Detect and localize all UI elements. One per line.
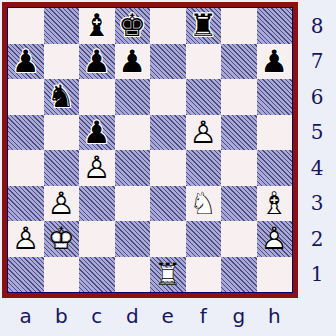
rank-label-1: 1: [301, 257, 333, 293]
file-label-d: d: [115, 301, 151, 331]
square-d7[interactable]: ♟: [115, 44, 151, 80]
black-king-piece: ♚: [115, 8, 151, 44]
square-a4[interactable]: [8, 150, 44, 186]
square-h2[interactable]: ♟♙: [257, 221, 293, 257]
rank-labels: 87654321: [301, 8, 333, 292]
square-g7[interactable]: [221, 44, 257, 80]
black-rook-piece: ♜: [186, 8, 222, 44]
square-g6[interactable]: [221, 79, 257, 115]
square-f7[interactable]: [186, 44, 222, 80]
square-f4[interactable]: [186, 150, 222, 186]
square-g5[interactable]: [221, 115, 257, 151]
square-a8[interactable]: [8, 8, 44, 44]
square-b3[interactable]: ♟♙: [44, 186, 80, 222]
file-label-g: g: [221, 301, 257, 331]
square-c2[interactable]: [79, 221, 115, 257]
square-b1[interactable]: [44, 257, 80, 293]
square-a2[interactable]: ♟♙: [8, 221, 44, 257]
square-e6[interactable]: [150, 79, 186, 115]
square-g1[interactable]: [221, 257, 257, 293]
piece-outline-glyph: ♙: [8, 221, 44, 257]
file-label-f: f: [186, 301, 222, 331]
white-pawn-piece: ♟♙: [186, 115, 222, 151]
rank-label-2: 2: [301, 221, 333, 257]
square-h3[interactable]: ♝♗: [257, 186, 293, 222]
piece-outline-glyph: ♙: [257, 221, 293, 257]
square-b6[interactable]: ♞: [44, 79, 80, 115]
square-h6[interactable]: [257, 79, 293, 115]
piece-outline-glyph: ♙: [79, 150, 115, 186]
rank-label-7: 7: [301, 44, 333, 80]
square-g2[interactable]: [221, 221, 257, 257]
chess-diagram: ♝♚♜♟♟♟♟♞♟♟♙♟♙♟♙♞♘♝♗♟♙♚♔♟♙♜♖ abcdefgh 876…: [0, 0, 336, 336]
white-rook-piece: ♜♖: [150, 257, 186, 293]
piece-glyph: ♚: [115, 8, 151, 44]
piece-glyph: ♟: [8, 44, 44, 80]
piece-outline-glyph: ♗: [257, 186, 293, 222]
square-f8[interactable]: ♜: [186, 8, 222, 44]
square-d6[interactable]: [115, 79, 151, 115]
rank-label-5: 5: [301, 115, 333, 151]
square-e1[interactable]: ♜♖: [150, 257, 186, 293]
rank-label-3: 3: [301, 186, 333, 222]
square-d3[interactable]: [115, 186, 151, 222]
board-inner-border: ♝♚♜♟♟♟♟♞♟♟♙♟♙♟♙♞♘♝♗♟♙♚♔♟♙♜♖: [7, 7, 293, 293]
square-c8[interactable]: ♝: [79, 8, 115, 44]
square-h1[interactable]: [257, 257, 293, 293]
white-pawn-piece: ♟♙: [44, 186, 80, 222]
square-h7[interactable]: ♟: [257, 44, 293, 80]
piece-outline-glyph: ♙: [44, 186, 80, 222]
square-e2[interactable]: [150, 221, 186, 257]
square-d8[interactable]: ♚: [115, 8, 151, 44]
piece-outline-glyph: ♙: [186, 115, 222, 151]
piece-glyph: ♟: [115, 44, 151, 80]
square-f2[interactable]: [186, 221, 222, 257]
piece-glyph: ♜: [186, 8, 222, 44]
piece-glyph: ♟: [79, 44, 115, 80]
square-a1[interactable]: [8, 257, 44, 293]
square-d1[interactable]: [115, 257, 151, 293]
square-g3[interactable]: [221, 186, 257, 222]
piece-outline-glyph: ♖: [150, 257, 186, 293]
square-a7[interactable]: ♟: [8, 44, 44, 80]
square-e3[interactable]: [150, 186, 186, 222]
square-e5[interactable]: [150, 115, 186, 151]
black-pawn-piece: ♟: [257, 44, 293, 80]
square-g8[interactable]: [221, 8, 257, 44]
square-e4[interactable]: [150, 150, 186, 186]
rank-label-6: 6: [301, 79, 333, 115]
rank-label-8: 8: [301, 8, 333, 44]
square-c3[interactable]: [79, 186, 115, 222]
square-h5[interactable]: [257, 115, 293, 151]
square-a3[interactable]: [8, 186, 44, 222]
square-f1[interactable]: [186, 257, 222, 293]
square-e7[interactable]: [150, 44, 186, 80]
white-pawn-piece: ♟♙: [257, 221, 293, 257]
square-a5[interactable]: [8, 115, 44, 151]
square-b2[interactable]: ♚♔: [44, 221, 80, 257]
square-d4[interactable]: [115, 150, 151, 186]
square-c5[interactable]: ♟: [79, 115, 115, 151]
file-label-b: b: [44, 301, 80, 331]
white-bishop-piece: ♝♗: [257, 186, 293, 222]
square-c4[interactable]: ♟♙: [79, 150, 115, 186]
file-label-h: h: [257, 301, 293, 331]
piece-glyph: ♟: [257, 44, 293, 80]
white-pawn-piece: ♟♙: [8, 221, 44, 257]
black-bishop-piece: ♝: [79, 8, 115, 44]
piece-glyph: ♟: [79, 115, 115, 151]
black-pawn-piece: ♟: [115, 44, 151, 80]
rank-label-4: 4: [301, 150, 333, 186]
black-knight-piece: ♞: [44, 79, 80, 115]
piece-outline-glyph: ♔: [44, 221, 80, 257]
square-b8[interactable]: [44, 8, 80, 44]
piece-outline-glyph: ♘: [186, 186, 222, 222]
file-label-c: c: [79, 301, 115, 331]
square-d5[interactable]: [115, 115, 151, 151]
square-f6[interactable]: [186, 79, 222, 115]
square-b7[interactable]: [44, 44, 80, 80]
black-pawn-piece: ♟: [8, 44, 44, 80]
square-h8[interactable]: [257, 8, 293, 44]
square-b5[interactable]: [44, 115, 80, 151]
file-label-a: a: [8, 301, 44, 331]
square-f5[interactable]: ♟♙: [186, 115, 222, 151]
square-g4[interactable]: [221, 150, 257, 186]
piece-glyph: ♞: [44, 79, 80, 115]
square-c6[interactable]: [79, 79, 115, 115]
square-e8[interactable]: [150, 8, 186, 44]
square-f3[interactable]: ♞♘: [186, 186, 222, 222]
square-a6[interactable]: [8, 79, 44, 115]
white-pawn-piece: ♟♙: [79, 150, 115, 186]
piece-glyph: ♝: [79, 8, 115, 44]
file-label-e: e: [150, 301, 186, 331]
chess-board[interactable]: ♝♚♜♟♟♟♟♞♟♟♙♟♙♟♙♞♘♝♗♟♙♚♔♟♙♜♖: [8, 8, 292, 292]
white-king-piece: ♚♔: [44, 221, 80, 257]
black-pawn-piece: ♟: [79, 115, 115, 151]
square-c1[interactable]: [79, 257, 115, 293]
square-h4[interactable]: [257, 150, 293, 186]
square-b4[interactable]: [44, 150, 80, 186]
file-labels: abcdefgh: [8, 301, 292, 331]
square-d2[interactable]: [115, 221, 151, 257]
square-c7[interactable]: ♟: [79, 44, 115, 80]
black-pawn-piece: ♟: [79, 44, 115, 80]
white-knight-piece: ♞♘: [186, 186, 222, 222]
board-frame: ♝♚♜♟♟♟♟♞♟♟♙♟♙♟♙♞♘♝♗♟♙♚♔♟♙♜♖: [2, 2, 298, 298]
